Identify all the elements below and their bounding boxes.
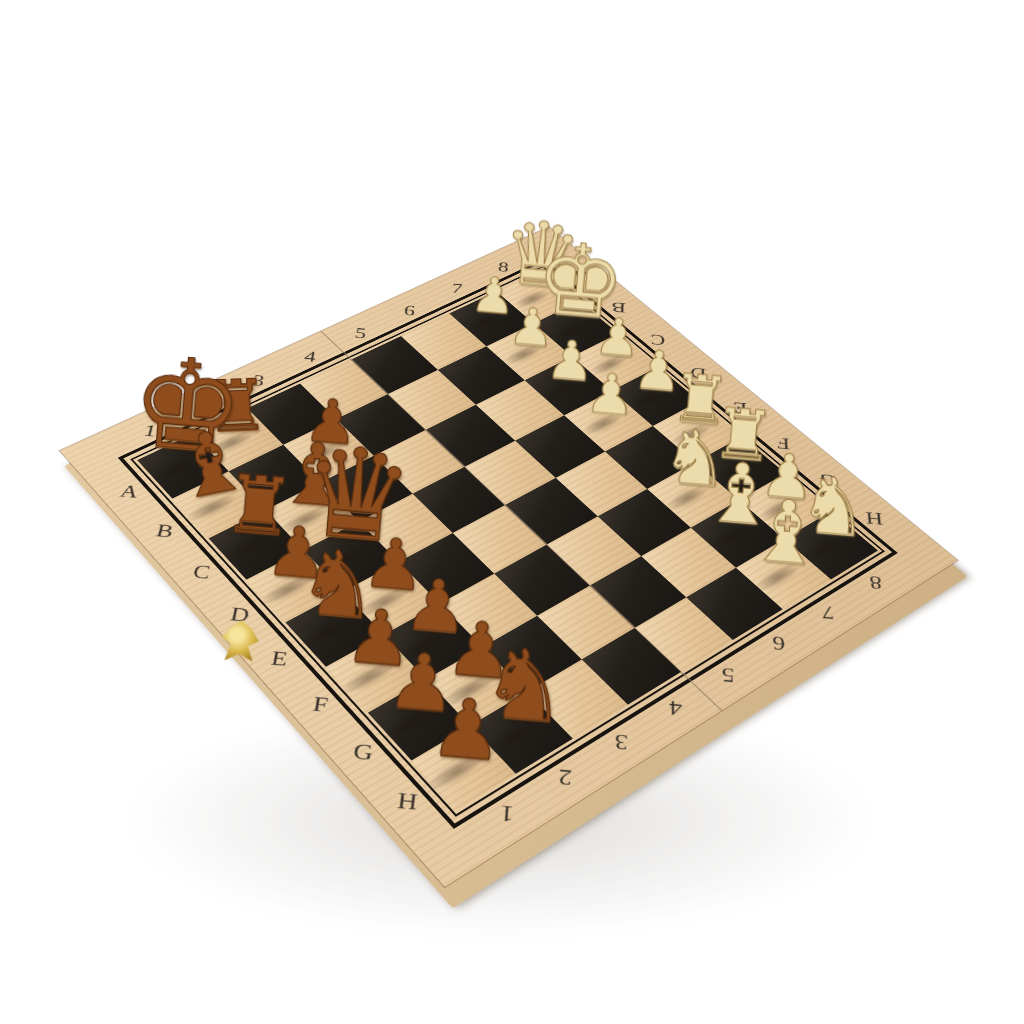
shadow-b7: [498, 339, 549, 369]
shadow-a7: [461, 307, 511, 336]
shadow-b8: [546, 317, 595, 346]
shadow-c7: [536, 373, 589, 405]
bishop-glyph: ♝: [745, 489, 829, 577]
shadow-c8: [584, 349, 635, 379]
chess-set-photo: 1122334455667788AABBCCDDEEFFGGHH ♛♚♟♟♜♜♟…: [0, 0, 1024, 1024]
shadow-d7: [575, 407, 629, 440]
piece-white-bishop-h7[interactable]: ♝: [741, 483, 834, 577]
shadow-d8: [624, 383, 676, 415]
pawn-glyph: ♟: [427, 687, 506, 770]
shadow-a8: [508, 285, 556, 312]
board-tilt-wrapper: 1122334455667788AABBCCDDEEFFGGHH ♛♚♟♟♜♜♟…: [0, 0, 1024, 1024]
piece-black-pawn-h1[interactable]: ♟: [423, 681, 511, 770]
chess-board-3d: 1122334455667788AABBCCDDEEFFGGHH ♛♚♟♟♜♜♟…: [60, 227, 958, 887]
